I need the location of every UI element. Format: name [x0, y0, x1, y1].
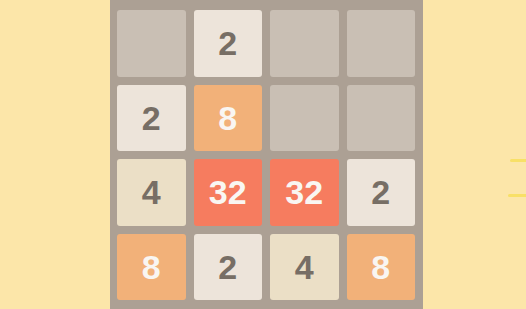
- cutoff-dash-1: [510, 159, 526, 162]
- tile-2-r2c1: 2: [117, 85, 186, 152]
- empty-cell-r2c4: [347, 85, 416, 152]
- empty-cell-r2c3: [270, 85, 339, 152]
- board[interactable]: 2284323228248: [110, 0, 423, 309]
- tile-2-r3c4: 2: [347, 159, 416, 226]
- cutoff-dash-2: [508, 194, 526, 197]
- tile-4-r4c3: 4: [270, 234, 339, 301]
- tile-32-r3c2: 32: [194, 159, 263, 226]
- page-background: 2284323228248: [0, 0, 526, 309]
- tile-8-r4c1: 8: [117, 234, 186, 301]
- tile-2-r4c2: 2: [194, 234, 263, 301]
- empty-cell-r1c3: [270, 10, 339, 77]
- tile-8-r2c2: 8: [194, 85, 263, 152]
- tile-8-r4c4: 8: [347, 234, 416, 301]
- tile-4-r3c1: 4: [117, 159, 186, 226]
- tile-32-r3c3: 32: [270, 159, 339, 226]
- tile-2-r1c2: 2: [194, 10, 263, 77]
- empty-cell-r1c4: [347, 10, 416, 77]
- empty-cell-r1c1: [117, 10, 186, 77]
